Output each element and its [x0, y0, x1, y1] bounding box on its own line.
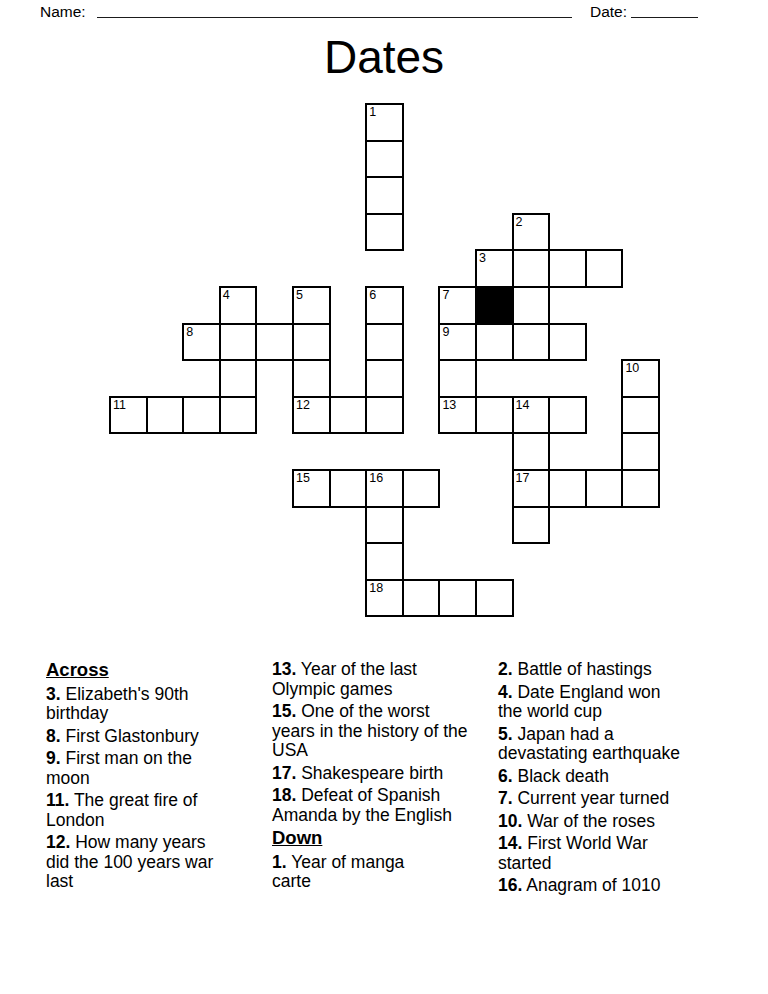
clue-number: 7.	[498, 788, 513, 808]
clue-number: 8.	[46, 726, 61, 746]
clue-number: 15.	[272, 701, 296, 721]
cell-number: 8	[186, 325, 193, 339]
clue-item-4: 4. Date England won the world cup	[498, 683, 724, 722]
clue-item-6: 6. Black death	[498, 767, 724, 787]
clue-item-18: 18. Defeat of Spanish Amanda by the Engl…	[272, 786, 498, 825]
crossword-cell[interactable]	[365, 323, 404, 362]
crossword-cell[interactable]: 1	[365, 103, 404, 142]
blocked-cell	[475, 286, 514, 325]
crossword-cell[interactable]	[475, 579, 514, 618]
clue-item-3: 3. Elizabeth's 90th birthday	[46, 685, 261, 724]
cell-number: 7	[442, 288, 449, 302]
page-title: Dates	[0, 30, 768, 84]
clue-number: 18.	[272, 785, 296, 805]
clue-text: War of the roses	[522, 811, 655, 831]
clue-item-10: 10. War of the roses	[498, 812, 724, 832]
crossword-cell[interactable]: 3	[475, 249, 514, 288]
crossword-cell[interactable]	[548, 323, 587, 362]
crossword-cell[interactable]	[402, 469, 441, 508]
clue-number: 5.	[498, 724, 513, 744]
clue-number: 17.	[272, 763, 296, 783]
crossword-cell[interactable]	[621, 432, 660, 471]
crossword-cell[interactable]: 18	[365, 579, 404, 618]
crossword-cell[interactable]	[621, 469, 660, 508]
crossword-cell[interactable]	[548, 396, 587, 435]
cell-number: 18	[369, 581, 383, 595]
crossword-cell[interactable]	[475, 323, 514, 362]
name-input-line[interactable]	[97, 17, 572, 18]
crossword-cell[interactable]	[512, 432, 551, 471]
crossword-cell[interactable]	[365, 542, 404, 581]
clue-text: Shakespeare birth	[296, 763, 443, 783]
crossword-cell[interactable]	[219, 323, 258, 362]
cell-number: 4	[223, 288, 230, 302]
clue-text: Date England won the world cup	[498, 682, 661, 722]
cell-number: 11	[113, 398, 126, 412]
clue-item-12: 12. How many years did the 100 years war…	[46, 833, 261, 892]
cell-number: 10	[625, 361, 639, 375]
clue-item-8: 8. First Glastonbury	[46, 727, 261, 747]
cell-number: 17	[516, 471, 530, 485]
crossword-cell[interactable]	[512, 323, 551, 362]
crossword-cell[interactable]	[621, 396, 660, 435]
clue-column-2: 13. Year of the last Olympic games15. On…	[272, 660, 498, 895]
clue-column-3: 2. Battle of hastings4. Date England won…	[498, 660, 724, 899]
crossword-cell[interactable]	[146, 396, 185, 435]
clue-item-9: 9. First man on the moon	[46, 749, 261, 788]
clue-text: Elizabeth's 90th birthday	[46, 684, 188, 724]
crossword-cell[interactable]	[182, 396, 221, 435]
cell-number: 3	[479, 251, 486, 265]
clue-number: 13.	[272, 659, 296, 679]
clue-number: 2.	[498, 659, 513, 679]
clue-item-2: 2. Battle of hastings	[498, 660, 724, 680]
crossword-cell[interactable]	[475, 396, 514, 435]
clue-text: The great fire of London	[46, 790, 197, 830]
clue-text: Current year turned	[513, 788, 670, 808]
crossword-cell[interactable]: 12	[292, 396, 331, 435]
crossword-cell[interactable]: 11	[109, 396, 148, 435]
clue-number: 1.	[272, 852, 287, 872]
clue-number: 3.	[46, 684, 61, 704]
crossword-cell[interactable]	[219, 359, 258, 398]
clue-number: 4.	[498, 682, 513, 702]
crossword-cell[interactable]	[292, 323, 331, 362]
clue-text: Battle of hastings	[513, 659, 652, 679]
crossword-cell[interactable]: 10	[621, 359, 660, 398]
crossword-cell[interactable]	[255, 323, 294, 362]
date-label: Date:	[590, 3, 627, 21]
cell-number: 5	[296, 288, 303, 302]
crossword-cell[interactable]	[512, 249, 551, 288]
crossword-cell[interactable]: 7	[438, 286, 477, 325]
crossword-cell[interactable]	[512, 286, 551, 325]
clue-text: Defeat of Spanish Amanda by the English	[272, 785, 452, 825]
cell-number: 13	[442, 398, 456, 412]
clue-column-1: Across3. Elizabeth's 90th birthday8. Fir…	[46, 660, 261, 895]
crossword-cell[interactable]: 2	[512, 213, 551, 252]
crossword-cell[interactable]	[365, 213, 404, 252]
crossword-cell[interactable]	[402, 579, 441, 618]
crossword-cell[interactable]: 4	[219, 286, 258, 325]
clue-item-11: 11. The great fire of London	[46, 791, 261, 830]
clue-item-17: 17. Shakespeare birth	[272, 764, 498, 784]
crossword-cell[interactable]	[512, 506, 551, 545]
crossword-cell[interactable]	[292, 359, 331, 398]
crossword-cell[interactable]	[329, 469, 368, 508]
clue-item-13: 13. Year of the last Olympic games	[272, 660, 498, 699]
clue-number: 14.	[498, 833, 522, 853]
clue-item-14: 14. First World War started	[498, 834, 724, 873]
clue-item-5: 5. Japan had a devastating earthquake	[498, 725, 724, 764]
crossword-cell[interactable]	[585, 249, 624, 288]
clue-number: 16.	[498, 875, 522, 895]
crossword-cell[interactable]: 17	[512, 469, 551, 508]
crossword-cell[interactable]: 14	[512, 396, 551, 435]
crossword-cell[interactable]	[365, 176, 404, 215]
crossword-cell[interactable]: 16	[365, 469, 404, 508]
cell-number: 6	[369, 288, 376, 302]
crossword-cell[interactable]	[365, 140, 404, 179]
crossword-cell[interactable]: 5	[292, 286, 331, 325]
crossword-cell[interactable]	[438, 579, 477, 618]
cell-number: 15	[296, 471, 310, 485]
clue-item-1: 1. Year of manga carte	[272, 853, 498, 892]
crossword-cell[interactable]: 8	[182, 323, 221, 362]
clue-heading-across: Across	[46, 660, 261, 680]
cell-number: 1	[369, 105, 376, 119]
clue-text: Year of manga carte	[272, 852, 404, 892]
clue-number: 9.	[46, 748, 61, 768]
clue-text: First Glastonbury	[61, 726, 199, 746]
clue-text: First man on the moon	[46, 748, 192, 788]
clue-number: 6.	[498, 766, 513, 786]
crossword-cell[interactable]	[365, 506, 404, 545]
clue-heading-down: Down	[272, 828, 498, 848]
clue-text: One of the worst years in the history of…	[272, 701, 468, 760]
crossword-cell[interactable]: 6	[365, 286, 404, 325]
clue-number: 11.	[46, 790, 69, 810]
date-input-line[interactable]	[631, 17, 698, 18]
clue-text: How many years did the 100 years war las…	[46, 832, 213, 891]
cell-number: 12	[296, 398, 310, 412]
cell-number: 16	[369, 471, 383, 485]
crossword-cell[interactable]: 15	[292, 469, 331, 508]
crossword-cell[interactable]	[548, 249, 587, 288]
clue-text: Anagram of 1010	[522, 875, 660, 895]
crossword-cell[interactable]: 9	[438, 323, 477, 362]
cell-number: 14	[516, 398, 530, 412]
crossword-cell[interactable]	[438, 359, 477, 398]
crossword-cell[interactable]	[329, 396, 368, 435]
clue-number: 12.	[46, 832, 70, 852]
clue-item-7: 7. Current year turned	[498, 789, 724, 809]
crossword-cell[interactable]	[365, 396, 404, 435]
crossword-cell[interactable]	[585, 469, 624, 508]
crossword-cell[interactable]: 13	[438, 396, 477, 435]
clue-item-16: 16. Anagram of 1010	[498, 876, 724, 896]
crossword-cell[interactable]	[219, 396, 258, 435]
clue-number: 10.	[498, 811, 522, 831]
clue-item-15: 15. One of the worst years in the histor…	[272, 702, 498, 761]
crossword-cell[interactable]	[365, 359, 404, 398]
name-label: Name:	[40, 3, 86, 21]
crossword-cell[interactable]	[548, 469, 587, 508]
clue-text: Japan had a devastating earthquake	[498, 724, 680, 764]
cell-number: 2	[516, 215, 523, 229]
clue-text: Black death	[513, 766, 609, 786]
cell-number: 9	[442, 325, 449, 339]
